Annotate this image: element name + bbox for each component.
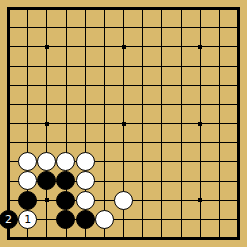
stone-black	[56, 191, 75, 210]
stone-white	[76, 191, 95, 210]
move-1-stone-white: 1	[18, 210, 37, 229]
stone-black	[56, 210, 75, 229]
stone-black	[18, 191, 37, 210]
move-number-label: 1	[24, 214, 31, 225]
stone-white	[114, 191, 133, 210]
move-number-label: 2	[5, 214, 12, 225]
go-board: 21	[0, 0, 247, 247]
stone-white	[18, 152, 37, 171]
stone-black	[56, 171, 75, 190]
stone-black	[37, 171, 56, 190]
stone-white	[76, 152, 95, 171]
stones-layer: 21	[0, 0, 247, 247]
stone-white	[18, 171, 37, 190]
move-2-stone-black: 2	[0, 210, 18, 229]
stone-white	[37, 152, 56, 171]
stone-black	[76, 210, 95, 229]
stone-white	[56, 152, 75, 171]
stone-white	[76, 171, 95, 190]
stone-white	[95, 210, 114, 229]
go-diagram: 21	[0, 0, 247, 247]
